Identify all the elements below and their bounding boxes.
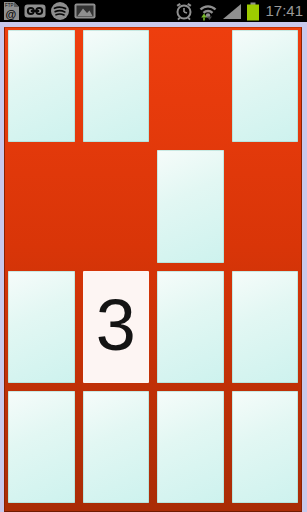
board-cell-empty bbox=[157, 30, 224, 142]
board-cell-tile[interactable] bbox=[8, 271, 75, 383]
notification-icons: FTP @ bbox=[3, 1, 96, 21]
ftp-notification-icon: FTP @ bbox=[3, 1, 20, 21]
battery-icon bbox=[246, 2, 260, 21]
board-cell-revealed[interactable]: 3 bbox=[83, 271, 150, 383]
board-cell-tile[interactable] bbox=[232, 30, 299, 142]
board-cell-tile[interactable] bbox=[157, 391, 224, 503]
game-board: 3 bbox=[4, 27, 302, 512]
wifi-icon bbox=[197, 2, 219, 21]
board-cell-tile[interactable] bbox=[157, 271, 224, 383]
board-cell-tile[interactable] bbox=[232, 391, 299, 503]
gallery-icon bbox=[74, 1, 96, 21]
board-cell-tile[interactable] bbox=[8, 30, 75, 142]
svg-text:@: @ bbox=[6, 8, 17, 20]
board-cell-empty bbox=[232, 150, 299, 262]
board-cell-tile[interactable] bbox=[83, 30, 150, 142]
board-grid: 3 bbox=[5, 28, 301, 511]
board-cell-tile[interactable] bbox=[232, 271, 299, 383]
voicemail-icon bbox=[24, 1, 46, 21]
alarm-icon bbox=[174, 1, 194, 21]
clock-time: 17:41 bbox=[265, 0, 303, 22]
board-cell-tile[interactable] bbox=[8, 391, 75, 503]
board-cell-empty bbox=[8, 150, 75, 262]
board-cell-empty bbox=[83, 150, 150, 262]
status-bar: FTP @ bbox=[0, 0, 307, 22]
board-cell-tile[interactable] bbox=[83, 391, 150, 503]
spotify-icon bbox=[50, 1, 70, 21]
system-icons: 17:41 bbox=[174, 0, 303, 22]
board-cell-tile[interactable] bbox=[157, 150, 224, 262]
signal-icon bbox=[222, 3, 243, 20]
